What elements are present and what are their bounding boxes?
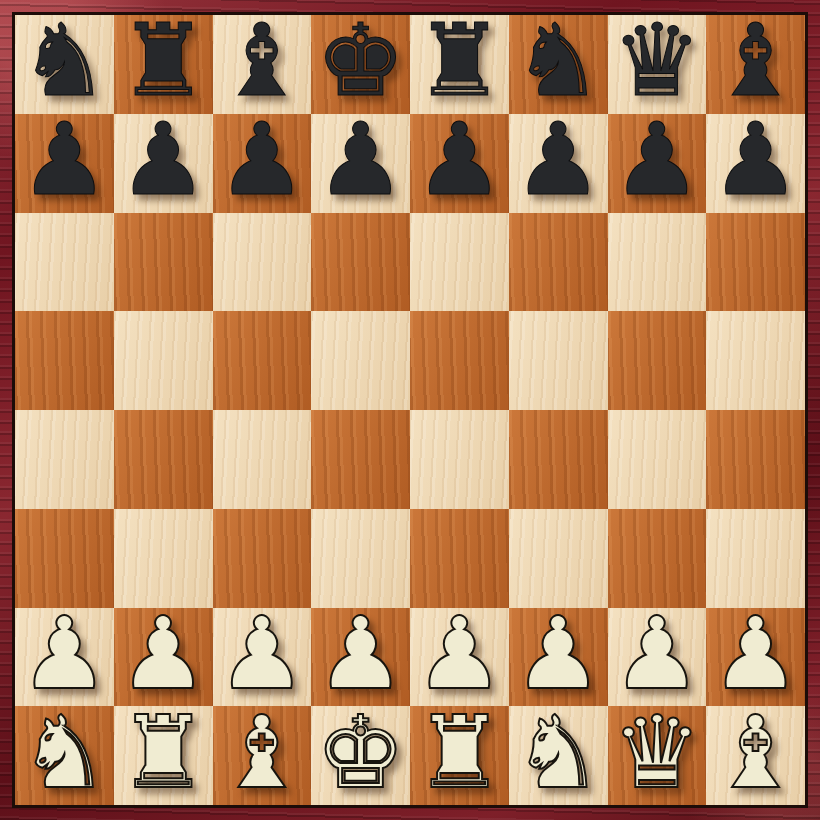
square-a8[interactable]: ♞ — [15, 15, 114, 114]
black-bishop[interactable]: ♝ — [706, 15, 805, 111]
square-a6[interactable] — [15, 213, 114, 312]
square-f7[interactable]: ♟ — [509, 114, 608, 213]
square-h5[interactable] — [706, 311, 805, 410]
white-pawn[interactable]: ♟ — [410, 608, 509, 704]
square-c7[interactable]: ♟ — [213, 114, 312, 213]
white-pawn[interactable]: ♟ — [15, 608, 114, 704]
square-f4[interactable] — [509, 410, 608, 509]
square-b1[interactable]: ♜ — [114, 706, 213, 805]
square-b7[interactable]: ♟ — [114, 114, 213, 213]
black-rook[interactable]: ♜ — [410, 15, 509, 111]
square-g2[interactable]: ♟ — [608, 608, 707, 707]
square-d2[interactable]: ♟ — [311, 608, 410, 707]
square-e2[interactable]: ♟ — [410, 608, 509, 707]
square-f8[interactable]: ♞ — [509, 15, 608, 114]
white-bishop[interactable]: ♝ — [213, 706, 312, 802]
white-pawn[interactable]: ♟ — [213, 608, 312, 704]
square-e7[interactable]: ♟ — [410, 114, 509, 213]
square-d5[interactable] — [311, 311, 410, 410]
square-d3[interactable] — [311, 509, 410, 608]
square-h2[interactable]: ♟ — [706, 608, 805, 707]
square-c1[interactable]: ♝ — [213, 706, 312, 805]
square-a4[interactable] — [15, 410, 114, 509]
square-h3[interactable] — [706, 509, 805, 608]
square-a7[interactable]: ♟ — [15, 114, 114, 213]
black-pawn[interactable]: ♟ — [15, 114, 114, 210]
square-e5[interactable] — [410, 311, 509, 410]
black-pawn[interactable]: ♟ — [706, 114, 805, 210]
black-pawn[interactable]: ♟ — [410, 114, 509, 210]
square-h1[interactable]: ♝ — [706, 706, 805, 805]
square-c4[interactable] — [213, 410, 312, 509]
square-h8[interactable]: ♝ — [706, 15, 805, 114]
white-pawn[interactable]: ♟ — [706, 608, 805, 704]
square-f6[interactable] — [509, 213, 608, 312]
square-d4[interactable] — [311, 410, 410, 509]
square-e3[interactable] — [410, 509, 509, 608]
square-b4[interactable] — [114, 410, 213, 509]
black-pawn[interactable]: ♟ — [213, 114, 312, 210]
square-g3[interactable] — [608, 509, 707, 608]
square-c2[interactable]: ♟ — [213, 608, 312, 707]
square-f5[interactable] — [509, 311, 608, 410]
square-g8[interactable]: ♛ — [608, 15, 707, 114]
square-b5[interactable] — [114, 311, 213, 410]
square-d1[interactable]: ♚ — [311, 706, 410, 805]
black-pawn[interactable]: ♟ — [114, 114, 213, 210]
black-pawn[interactable]: ♟ — [608, 114, 707, 210]
square-a2[interactable]: ♟ — [15, 608, 114, 707]
square-e4[interactable] — [410, 410, 509, 509]
square-h4[interactable] — [706, 410, 805, 509]
board-frame: ♞♜♝♚♜♞♛♝♟♟♟♟♟♟♟♟♟♟♟♟♟♟♟♟♞♜♝♚♜♞♛♝ — [0, 0, 820, 820]
black-knight[interactable]: ♞ — [509, 15, 608, 111]
white-knight[interactable]: ♞ — [509, 706, 608, 802]
square-g4[interactable] — [608, 410, 707, 509]
square-b6[interactable] — [114, 213, 213, 312]
square-e6[interactable] — [410, 213, 509, 312]
square-b8[interactable]: ♜ — [114, 15, 213, 114]
square-a3[interactable] — [15, 509, 114, 608]
square-d6[interactable] — [311, 213, 410, 312]
white-knight[interactable]: ♞ — [15, 706, 114, 802]
square-a5[interactable] — [15, 311, 114, 410]
square-f3[interactable] — [509, 509, 608, 608]
square-c8[interactable]: ♝ — [213, 15, 312, 114]
white-pawn[interactable]: ♟ — [608, 608, 707, 704]
white-pawn[interactable]: ♟ — [114, 608, 213, 704]
square-d7[interactable]: ♟ — [311, 114, 410, 213]
white-bishop[interactable]: ♝ — [706, 706, 805, 802]
chess-board: ♞♜♝♚♜♞♛♝♟♟♟♟♟♟♟♟♟♟♟♟♟♟♟♟♞♜♝♚♜♞♛♝ — [12, 12, 808, 808]
black-pawn[interactable]: ♟ — [509, 114, 608, 210]
square-g7[interactable]: ♟ — [608, 114, 707, 213]
square-a1[interactable]: ♞ — [15, 706, 114, 805]
square-g5[interactable] — [608, 311, 707, 410]
black-pawn[interactable]: ♟ — [311, 114, 410, 210]
square-g1[interactable]: ♛ — [608, 706, 707, 805]
square-e8[interactable]: ♜ — [410, 15, 509, 114]
white-rook[interactable]: ♜ — [114, 706, 213, 802]
square-h6[interactable] — [706, 213, 805, 312]
black-knight[interactable]: ♞ — [15, 15, 114, 111]
square-c3[interactable] — [213, 509, 312, 608]
square-g6[interactable] — [608, 213, 707, 312]
square-c5[interactable] — [213, 311, 312, 410]
white-pawn[interactable]: ♟ — [509, 608, 608, 704]
square-b2[interactable]: ♟ — [114, 608, 213, 707]
square-d8[interactable]: ♚ — [311, 15, 410, 114]
black-queen[interactable]: ♛ — [608, 15, 707, 111]
black-rook[interactable]: ♜ — [114, 15, 213, 111]
square-e1[interactable]: ♜ — [410, 706, 509, 805]
square-f2[interactable]: ♟ — [509, 608, 608, 707]
square-c6[interactable] — [213, 213, 312, 312]
white-queen[interactable]: ♛ — [608, 706, 707, 802]
white-king[interactable]: ♚ — [311, 706, 410, 802]
white-pawn[interactable]: ♟ — [311, 608, 410, 704]
square-b3[interactable] — [114, 509, 213, 608]
white-rook[interactable]: ♜ — [410, 706, 509, 802]
black-king[interactable]: ♚ — [311, 15, 410, 111]
square-h7[interactable]: ♟ — [706, 114, 805, 213]
square-f1[interactable]: ♞ — [509, 706, 608, 805]
black-bishop[interactable]: ♝ — [213, 15, 312, 111]
